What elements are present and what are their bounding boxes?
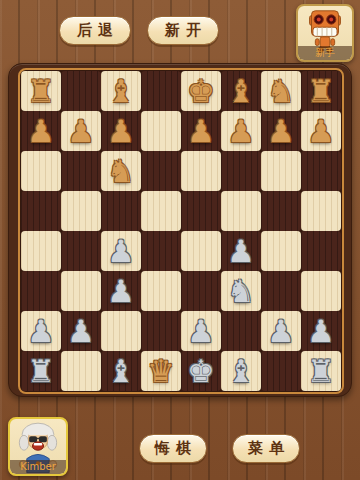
square-a2[interactable]: ♟ bbox=[21, 311, 61, 351]
silver-rook: ♜ bbox=[307, 351, 335, 391]
square-d8[interactable] bbox=[141, 71, 181, 111]
square-c5[interactable] bbox=[101, 191, 141, 231]
square-c7[interactable]: ♟ bbox=[101, 111, 141, 151]
opponent-avatar[interactable]: 新手 bbox=[296, 4, 354, 62]
gold-king: ♚ bbox=[187, 71, 215, 111]
square-d1[interactable]: ♛ bbox=[141, 351, 181, 391]
silver-bishop: ♝ bbox=[107, 351, 135, 391]
square-h3[interactable] bbox=[301, 271, 341, 311]
square-h1[interactable]: ♜ bbox=[301, 351, 341, 391]
silver-pawn: ♟ bbox=[107, 231, 135, 271]
square-f6[interactable] bbox=[221, 151, 261, 191]
square-h6[interactable] bbox=[301, 151, 341, 191]
square-d3[interactable] bbox=[141, 271, 181, 311]
gold-pawn: ♟ bbox=[67, 111, 95, 151]
square-c8[interactable]: ♝ bbox=[101, 71, 141, 111]
square-g7[interactable]: ♟ bbox=[261, 111, 301, 151]
chess-board-grid: ♜♝♚♝♞♜♟♟♟♟♟♟♟♞♟♟♟♞♟♟♟♟♟♜♝♛♚♝♜ bbox=[21, 71, 341, 391]
silver-pawn: ♟ bbox=[187, 311, 215, 351]
square-a7[interactable]: ♟ bbox=[21, 111, 61, 151]
silver-knight: ♞ bbox=[227, 271, 255, 311]
square-d5[interactable] bbox=[141, 191, 181, 231]
square-b8[interactable] bbox=[61, 71, 101, 111]
chess-board: ♜♝♚♝♞♜♟♟♟♟♟♟♟♞♟♟♟♞♟♟♟♟♟♜♝♛♚♝♜ bbox=[18, 68, 344, 394]
gold-pawn: ♟ bbox=[267, 111, 295, 151]
square-b6[interactable] bbox=[61, 151, 101, 191]
square-h4[interactable] bbox=[301, 231, 341, 271]
gold-pawn: ♟ bbox=[187, 111, 215, 151]
square-f5[interactable] bbox=[221, 191, 261, 231]
square-d6[interactable] bbox=[141, 151, 181, 191]
square-g2[interactable]: ♟ bbox=[261, 311, 301, 351]
player-avatar[interactable]: Kimber bbox=[8, 417, 68, 476]
square-e8[interactable]: ♚ bbox=[181, 71, 221, 111]
square-e6[interactable] bbox=[181, 151, 221, 191]
square-h7[interactable]: ♟ bbox=[301, 111, 341, 151]
silver-king: ♚ bbox=[187, 351, 215, 391]
square-b7[interactable]: ♟ bbox=[61, 111, 101, 151]
square-d2[interactable] bbox=[141, 311, 181, 351]
gold-knight: ♞ bbox=[267, 71, 295, 111]
gold-pawn: ♟ bbox=[307, 111, 335, 151]
square-f3[interactable]: ♞ bbox=[221, 271, 261, 311]
back-button[interactable]: 后退 bbox=[59, 16, 131, 45]
square-f8[interactable]: ♝ bbox=[221, 71, 261, 111]
square-f1[interactable]: ♝ bbox=[221, 351, 261, 391]
square-e5[interactable] bbox=[181, 191, 221, 231]
silver-bishop: ♝ bbox=[227, 351, 255, 391]
square-a1[interactable]: ♜ bbox=[21, 351, 61, 391]
silver-pawn: ♟ bbox=[67, 311, 95, 351]
square-c6[interactable]: ♞ bbox=[101, 151, 141, 191]
square-h8[interactable]: ♜ bbox=[301, 71, 341, 111]
player-name-label: Kimber bbox=[10, 460, 66, 474]
square-a4[interactable] bbox=[21, 231, 61, 271]
gold-queen: ♛ bbox=[147, 351, 175, 391]
square-e3[interactable] bbox=[181, 271, 221, 311]
chess-board-frame: ♜♝♚♝♞♜♟♟♟♟♟♟♟♞♟♟♟♞♟♟♟♟♟♜♝♛♚♝♜ bbox=[8, 63, 352, 397]
square-b3[interactable] bbox=[61, 271, 101, 311]
square-g3[interactable] bbox=[261, 271, 301, 311]
new-game-button[interactable]: 新开 bbox=[147, 16, 219, 45]
chess-app: 后退 新开 新手 ♜♝♚♝♞♜♟♟♟♟♟♟♟♞♟♟♟♞♟♟♟♟♟♜♝♛♚♝♜ bbox=[0, 0, 360, 480]
silver-pawn: ♟ bbox=[267, 311, 295, 351]
menu-button[interactable]: 菜单 bbox=[232, 434, 300, 463]
gold-rook: ♜ bbox=[27, 71, 55, 111]
square-c2[interactable] bbox=[101, 311, 141, 351]
undo-move-button[interactable]: 悔棋 bbox=[139, 434, 207, 463]
gold-bishop: ♝ bbox=[227, 71, 255, 111]
silver-pawn: ♟ bbox=[227, 231, 255, 271]
gold-pawn: ♟ bbox=[107, 111, 135, 151]
square-f7[interactable]: ♟ bbox=[221, 111, 261, 151]
square-c1[interactable]: ♝ bbox=[101, 351, 141, 391]
square-a5[interactable] bbox=[21, 191, 61, 231]
square-g8[interactable]: ♞ bbox=[261, 71, 301, 111]
square-c3[interactable]: ♟ bbox=[101, 271, 141, 311]
gold-bishop: ♝ bbox=[107, 71, 135, 111]
square-c4[interactable]: ♟ bbox=[101, 231, 141, 271]
square-h5[interactable] bbox=[301, 191, 341, 231]
gold-pawn: ♟ bbox=[27, 111, 55, 151]
square-e4[interactable] bbox=[181, 231, 221, 271]
square-d7[interactable] bbox=[141, 111, 181, 151]
square-a6[interactable] bbox=[21, 151, 61, 191]
square-b2[interactable]: ♟ bbox=[61, 311, 101, 351]
square-g1[interactable] bbox=[261, 351, 301, 391]
square-b5[interactable] bbox=[61, 191, 101, 231]
square-a3[interactable] bbox=[21, 271, 61, 311]
square-g4[interactable] bbox=[261, 231, 301, 271]
square-f2[interactable] bbox=[221, 311, 261, 351]
square-b4[interactable] bbox=[61, 231, 101, 271]
square-g5[interactable] bbox=[261, 191, 301, 231]
opponent-name-label: 新手 bbox=[298, 46, 352, 60]
square-b1[interactable] bbox=[61, 351, 101, 391]
gold-rook: ♜ bbox=[307, 71, 335, 111]
silver-pawn: ♟ bbox=[27, 311, 55, 351]
square-d4[interactable] bbox=[141, 231, 181, 271]
silver-pawn: ♟ bbox=[307, 311, 335, 351]
square-e2[interactable]: ♟ bbox=[181, 311, 221, 351]
gold-pawn: ♟ bbox=[227, 111, 255, 151]
square-f4[interactable]: ♟ bbox=[221, 231, 261, 271]
square-e7[interactable]: ♟ bbox=[181, 111, 221, 151]
square-g6[interactable] bbox=[261, 151, 301, 191]
square-a8[interactable]: ♜ bbox=[21, 71, 61, 111]
square-e1[interactable]: ♚ bbox=[181, 351, 221, 391]
silver-rook: ♜ bbox=[27, 351, 55, 391]
square-h2[interactable]: ♟ bbox=[301, 311, 341, 351]
silver-pawn: ♟ bbox=[107, 271, 135, 311]
gold-knight: ♞ bbox=[107, 151, 135, 191]
